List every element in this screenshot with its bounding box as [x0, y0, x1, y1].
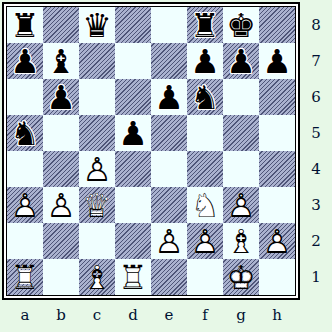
white-rook-piece: ♜♖ — [118, 261, 148, 294]
square-b2[interactable] — [43, 223, 79, 259]
square-c3[interactable]: ♛♕ — [79, 187, 115, 223]
piece-outline-layer: ♗ — [226, 225, 256, 258]
white-queen-piece: ♛♕ — [82, 189, 112, 222]
piece-glyph: ♛ — [82, 9, 112, 42]
piece-outline-layer: ♔ — [226, 261, 256, 294]
piece-glyph: ♟ — [262, 45, 292, 78]
square-a4[interactable] — [7, 151, 43, 187]
rank-label-7: 7 — [302, 43, 330, 79]
piece-outline-layer: ♙ — [46, 189, 76, 222]
square-e7[interactable] — [151, 43, 187, 79]
piece-glyph: ♟ — [46, 81, 76, 114]
piece-glyph: ♟ — [118, 117, 148, 150]
square-h6[interactable] — [259, 79, 295, 115]
black-rook-piece: ♜ — [10, 9, 40, 42]
piece-outline-layer: ♗ — [82, 261, 112, 294]
square-d1[interactable]: ♜♖ — [115, 259, 151, 295]
square-c4[interactable]: ♟♙ — [79, 151, 115, 187]
square-f4[interactable] — [187, 151, 223, 187]
piece-glyph: ♝ — [46, 45, 76, 78]
black-king-piece: ♚ — [226, 9, 256, 42]
piece-outline-layer: ♘ — [190, 189, 220, 222]
black-bishop-piece: ♝ — [46, 45, 76, 78]
piece-outline-layer: ♙ — [190, 225, 220, 258]
square-d3[interactable] — [115, 187, 151, 223]
piece-outline-layer: ♖ — [118, 261, 148, 294]
white-pawn-piece: ♟♙ — [46, 189, 76, 222]
square-d6[interactable] — [115, 79, 151, 115]
square-d7[interactable] — [115, 43, 151, 79]
rank-label-3: 3 — [302, 187, 330, 223]
square-h2[interactable]: ♟♙ — [259, 223, 295, 259]
square-g1[interactable]: ♚♔ — [223, 259, 259, 295]
square-c1[interactable]: ♝♗ — [79, 259, 115, 295]
rank-label-4: 4 — [302, 151, 330, 187]
black-rook-piece: ♜ — [190, 9, 220, 42]
square-f3[interactable]: ♞♘ — [187, 187, 223, 223]
square-h3[interactable] — [259, 187, 295, 223]
piece-glyph: ♜ — [10, 9, 40, 42]
square-h1[interactable] — [259, 259, 295, 295]
square-g5[interactable] — [223, 115, 259, 151]
rank-labels: 87654321 — [302, 7, 330, 295]
square-a6[interactable] — [7, 79, 43, 115]
piece-outline-layer: ♙ — [82, 153, 112, 186]
square-c6[interactable] — [79, 79, 115, 115]
black-pawn-piece: ♟ — [262, 45, 292, 78]
white-pawn-piece: ♟♙ — [82, 153, 112, 186]
file-label-f: f — [187, 302, 223, 330]
chess-board: ♜♛♜♚♟♝♟♟♟♟♟♞♞♟♟♙♟♙♟♙♛♕♞♘♟♙♟♙♟♙♝♗♟♙♜♖♝♗♜♖… — [6, 6, 296, 296]
piece-outline-layer: ♙ — [262, 225, 292, 258]
square-f2[interactable]: ♟♙ — [187, 223, 223, 259]
square-g2[interactable]: ♝♗ — [223, 223, 259, 259]
square-f7[interactable]: ♟ — [187, 43, 223, 79]
black-knight-piece: ♞ — [190, 81, 220, 114]
square-g4[interactable] — [223, 151, 259, 187]
piece-outline-layer: ♙ — [154, 225, 184, 258]
piece-glyph: ♞ — [10, 117, 40, 150]
file-label-a: a — [7, 302, 43, 330]
square-c8[interactable]: ♛ — [79, 7, 115, 43]
square-f5[interactable] — [187, 115, 223, 151]
piece-glyph: ♟ — [10, 45, 40, 78]
square-e3[interactable] — [151, 187, 187, 223]
square-h8[interactable] — [259, 7, 295, 43]
square-d5[interactable]: ♟ — [115, 115, 151, 151]
white-rook-piece: ♜♖ — [10, 261, 40, 294]
square-a8[interactable]: ♜ — [7, 7, 43, 43]
piece-outline-layer: ♙ — [10, 189, 40, 222]
piece-glyph: ♟ — [226, 45, 256, 78]
square-a2[interactable] — [7, 223, 43, 259]
square-d8[interactable] — [115, 7, 151, 43]
square-g3[interactable]: ♟♙ — [223, 187, 259, 223]
square-b6[interactable]: ♟ — [43, 79, 79, 115]
square-g8[interactable]: ♚ — [223, 7, 259, 43]
square-b7[interactable]: ♝ — [43, 43, 79, 79]
square-e8[interactable] — [151, 7, 187, 43]
square-c7[interactable] — [79, 43, 115, 79]
square-b3[interactable]: ♟♙ — [43, 187, 79, 223]
file-labels: abcdefgh — [7, 302, 295, 330]
file-label-b: b — [43, 302, 79, 330]
square-e4[interactable] — [151, 151, 187, 187]
square-g7[interactable]: ♟ — [223, 43, 259, 79]
piece-outline-layer: ♕ — [82, 189, 112, 222]
board-frame: ♜♛♜♚♟♝♟♟♟♟♟♞♞♟♟♙♟♙♟♙♛♕♞♘♟♙♟♙♟♙♝♗♟♙♜♖♝♗♜♖… — [2, 2, 300, 300]
square-f6[interactable]: ♞ — [187, 79, 223, 115]
piece-outline-layer: ♙ — [226, 189, 256, 222]
white-pawn-piece: ♟♙ — [154, 225, 184, 258]
white-bishop-piece: ♝♗ — [226, 225, 256, 258]
white-pawn-piece: ♟♙ — [190, 225, 220, 258]
square-e5[interactable] — [151, 115, 187, 151]
square-c2[interactable] — [79, 223, 115, 259]
chess-diagram: ♜♛♜♚♟♝♟♟♟♟♟♞♞♟♟♙♟♙♟♙♛♕♞♘♟♙♟♙♟♙♝♗♟♙♜♖♝♗♜♖… — [0, 0, 332, 332]
piece-glyph: ♟ — [190, 45, 220, 78]
square-d4[interactable] — [115, 151, 151, 187]
square-f8[interactable]: ♜ — [187, 7, 223, 43]
white-pawn-piece: ♟♙ — [262, 225, 292, 258]
piece-glyph: ♞ — [190, 81, 220, 114]
square-a7[interactable]: ♟ — [7, 43, 43, 79]
black-pawn-piece: ♟ — [118, 117, 148, 150]
square-a5[interactable]: ♞ — [7, 115, 43, 151]
square-e2[interactable]: ♟♙ — [151, 223, 187, 259]
piece-glyph: ♚ — [226, 9, 256, 42]
black-pawn-piece: ♟ — [226, 45, 256, 78]
square-d2[interactable] — [115, 223, 151, 259]
white-knight-piece: ♞♘ — [190, 189, 220, 222]
white-pawn-piece: ♟♙ — [10, 189, 40, 222]
file-label-e: e — [151, 302, 187, 330]
rank-label-5: 5 — [302, 115, 330, 151]
square-c5[interactable] — [79, 115, 115, 151]
file-label-g: g — [223, 302, 259, 330]
file-label-d: d — [115, 302, 151, 330]
rank-label-1: 1 — [302, 259, 330, 295]
white-pawn-piece: ♟♙ — [226, 189, 256, 222]
file-label-h: h — [259, 302, 295, 330]
square-e1[interactable] — [151, 259, 187, 295]
square-h5[interactable] — [259, 115, 295, 151]
black-pawn-piece: ♟ — [190, 45, 220, 78]
rank-label-2: 2 — [302, 223, 330, 259]
square-a3[interactable]: ♟♙ — [7, 187, 43, 223]
square-b8[interactable] — [43, 7, 79, 43]
white-king-piece: ♚♔ — [226, 261, 256, 294]
square-g6[interactable] — [223, 79, 259, 115]
black-pawn-piece: ♟ — [10, 45, 40, 78]
square-b5[interactable] — [43, 115, 79, 151]
piece-glyph: ♜ — [190, 9, 220, 42]
black-queen-piece: ♛ — [82, 9, 112, 42]
file-label-c: c — [79, 302, 115, 330]
square-e6[interactable]: ♟ — [151, 79, 187, 115]
piece-glyph: ♟ — [154, 81, 184, 114]
white-bishop-piece: ♝♗ — [82, 261, 112, 294]
square-h7[interactable]: ♟ — [259, 43, 295, 79]
square-h4[interactable] — [259, 151, 295, 187]
piece-outline-layer: ♖ — [10, 261, 40, 294]
square-b1[interactable] — [43, 259, 79, 295]
black-pawn-piece: ♟ — [46, 81, 76, 114]
square-b4[interactable] — [43, 151, 79, 187]
black-knight-piece: ♞ — [10, 117, 40, 150]
square-a1[interactable]: ♜♖ — [7, 259, 43, 295]
square-f1[interactable] — [187, 259, 223, 295]
rank-label-8: 8 — [302, 7, 330, 43]
black-pawn-piece: ♟ — [154, 81, 184, 114]
rank-label-6: 6 — [302, 79, 330, 115]
